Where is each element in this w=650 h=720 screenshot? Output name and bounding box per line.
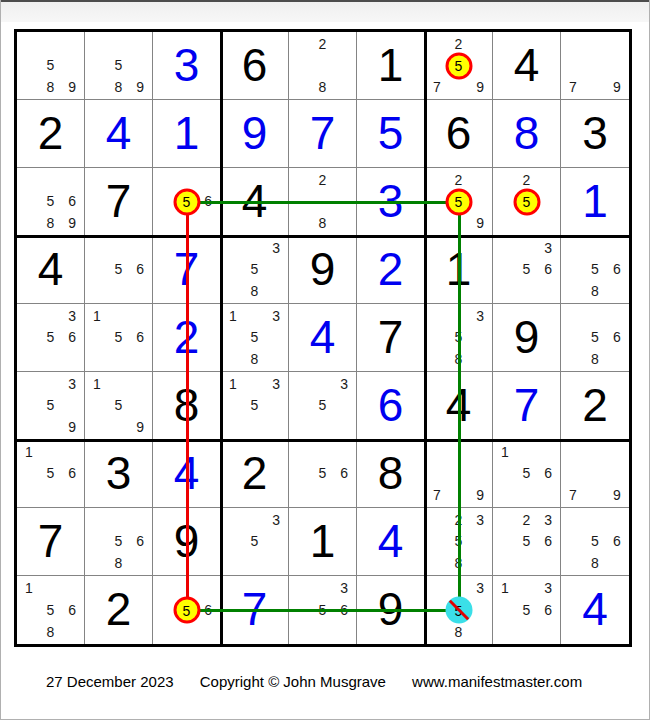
- cell-r4c2[interactable]: 56: [85, 236, 153, 304]
- window-top-bar: [1, 0, 649, 22]
- candidate-9: 9: [129, 76, 151, 98]
- cell-r5c2[interactable]: 156: [85, 304, 153, 372]
- candidate-6: 6: [61, 191, 83, 213]
- candidate-grid: 359: [18, 373, 83, 438]
- candidate-1: 1: [18, 441, 40, 463]
- cell-r2c8[interactable]: 8: [493, 100, 561, 168]
- candidate-5: 5: [108, 531, 130, 553]
- yellow-circle-mark: 5: [513, 188, 540, 215]
- candidate-6: 6: [61, 599, 83, 621]
- cell-r4c1[interactable]: 4: [17, 236, 85, 304]
- candidate-grid: 35: [222, 509, 287, 574]
- candidate-6: 6: [129, 327, 151, 349]
- cell-r6c7[interactable]: 4: [425, 372, 493, 440]
- candidate-5: 5: [244, 395, 266, 417]
- candidate-9: 9: [606, 484, 628, 506]
- big-digit: 3: [85, 440, 152, 507]
- candidate-3: 3: [537, 237, 559, 259]
- candidate-grid: 356: [494, 237, 559, 302]
- big-digit: 9: [357, 576, 424, 644]
- cell-r9c3[interactable]: 565: [153, 576, 221, 644]
- cell-r7c7[interactable]: 79: [425, 440, 493, 508]
- candidate-8: 8: [312, 76, 334, 98]
- candidate-6: 6: [61, 463, 83, 485]
- big-digit: 1: [561, 168, 629, 235]
- big-digit: 7: [153, 236, 220, 303]
- candidate-5: 5: [40, 191, 62, 213]
- candidate-6: 6: [61, 327, 83, 349]
- cell-r9c4[interactable]: 7: [221, 576, 289, 644]
- candidate-6: 6: [606, 259, 628, 281]
- big-digit: 4: [357, 508, 424, 575]
- candidate-grid: 159: [86, 373, 151, 438]
- candidate-8: 8: [584, 552, 606, 574]
- candidate-6: 6: [537, 599, 559, 621]
- candidate-9: 9: [61, 416, 83, 438]
- candidate-grid: 79: [562, 33, 628, 98]
- candidate-grid: 79: [426, 441, 491, 506]
- cell-r6c1[interactable]: 359: [17, 372, 85, 440]
- cell-r7c9[interactable]: 79: [561, 440, 629, 508]
- cell-r9c8[interactable]: 1356: [493, 576, 561, 644]
- big-digit: 2: [221, 440, 288, 507]
- cell-r1c1[interactable]: 589: [17, 32, 85, 100]
- big-digit: 3: [357, 168, 424, 235]
- big-digit: 4: [85, 100, 152, 167]
- candidate-grid: 1358: [222, 305, 287, 370]
- cell-r8c5[interactable]: 1: [289, 508, 357, 576]
- sudoku-board: 5895893628125795479241975683568975654283…: [17, 32, 629, 644]
- cell-r7c1[interactable]: 156: [17, 440, 85, 508]
- candidate-5: 5: [108, 327, 130, 349]
- big-digit: 7: [289, 100, 356, 167]
- cell-r2c3[interactable]: 1: [153, 100, 221, 168]
- candidate-grid: 589: [18, 33, 83, 98]
- candidate-3: 3: [537, 577, 559, 599]
- cell-r1c6[interactable]: 1: [357, 32, 425, 100]
- candidate-grid: 1356: [494, 577, 559, 643]
- cell-r6c4[interactable]: 135: [221, 372, 289, 440]
- cell-r9c2[interactable]: 2: [85, 576, 153, 644]
- cell-r7c8[interactable]: 156: [493, 440, 561, 508]
- candidate-8: 8: [108, 552, 130, 574]
- candidate-5: 5: [244, 259, 266, 281]
- candidate-1: 1: [86, 305, 108, 327]
- big-digit: 9: [153, 508, 220, 575]
- big-digit: 1: [289, 508, 356, 575]
- candidate-3: 3: [469, 305, 491, 327]
- cell-r2c4[interactable]: 9: [221, 100, 289, 168]
- candidate-3: 3: [537, 509, 559, 531]
- candidate-8: 8: [312, 212, 334, 234]
- yellow-circle-mark: 5: [445, 52, 472, 79]
- big-digit: 4: [153, 440, 220, 507]
- cell-r1c5[interactable]: 28: [289, 32, 357, 100]
- cell-r3c1[interactable]: 5689: [17, 168, 85, 236]
- big-digit: 2: [153, 304, 220, 371]
- candidate-grid: 5689: [18, 169, 83, 234]
- cell-r1c4[interactable]: 6: [221, 32, 289, 100]
- cell-r8c8[interactable]: 2356: [493, 508, 561, 576]
- candidate-grid: 589: [86, 33, 151, 98]
- candidate-8: 8: [40, 76, 62, 98]
- big-digit: 7: [17, 508, 84, 575]
- candidate-5: 5: [40, 55, 62, 77]
- candidate-7: 7: [426, 484, 448, 506]
- big-digit: 1: [425, 236, 492, 303]
- candidate-5: 5: [448, 327, 470, 349]
- sudoku-board-frame: 5895893628125795479241975683568975654283…: [14, 29, 632, 647]
- footer-copyright: Copyright © John Musgrave: [200, 673, 386, 690]
- candidate-grid: 358: [426, 305, 491, 370]
- candidate-8: 8: [244, 280, 266, 302]
- cell-r8c7[interactable]: 2358: [425, 508, 493, 576]
- candidate-8: 8: [108, 76, 130, 98]
- candidate-5: 5: [108, 259, 130, 281]
- cell-r3c7[interactable]: 2595: [425, 168, 493, 236]
- big-digit: 6: [425, 100, 492, 167]
- cell-r2c1[interactable]: 2: [17, 100, 85, 168]
- box-border-horizontal-2: [17, 439, 629, 442]
- candidate-5: 5: [516, 531, 538, 553]
- candidate-grid: 135: [222, 373, 287, 438]
- cell-r3c5[interactable]: 28: [289, 168, 357, 236]
- candidate-5: 5: [40, 463, 62, 485]
- cell-r6c9[interactable]: 2: [561, 372, 629, 440]
- candidate-5: 5: [516, 463, 538, 485]
- candidate-6: 6: [129, 259, 151, 281]
- big-digit: 2: [85, 576, 152, 644]
- big-digit: 1: [357, 32, 424, 99]
- big-digit: 9: [221, 100, 288, 167]
- candidate-8: 8: [584, 280, 606, 302]
- cell-r3c3[interactable]: 565: [153, 168, 221, 236]
- cell-r4c8[interactable]: 356: [493, 236, 561, 304]
- cell-r1c2[interactable]: 589: [85, 32, 153, 100]
- big-digit: 2: [17, 100, 84, 167]
- candidate-8: 8: [40, 621, 62, 643]
- big-digit: 5: [357, 100, 424, 167]
- cell-r4c3[interactable]: 7: [153, 236, 221, 304]
- box-border-vertical-1: [220, 32, 223, 644]
- cell-r8c4[interactable]: 35: [221, 508, 289, 576]
- candidate-grid: 156: [86, 305, 151, 370]
- candidate-3: 3: [265, 305, 287, 327]
- footer-date: 27 December 2023: [46, 673, 174, 690]
- cell-r2c2[interactable]: 4: [85, 100, 153, 168]
- candidate-3: 3: [61, 305, 83, 327]
- cell-r3c2[interactable]: 7: [85, 168, 153, 236]
- cell-r1c7[interactable]: 25795: [425, 32, 493, 100]
- candidate-grid: 568: [86, 509, 151, 574]
- cell-r4c4[interactable]: 358: [221, 236, 289, 304]
- big-digit: 4: [425, 372, 492, 439]
- candidate-5: 5: [584, 531, 606, 553]
- candidate-1: 1: [86, 373, 108, 395]
- box-border-horizontal-1: [17, 235, 629, 238]
- candidate-grid: 56: [290, 441, 355, 506]
- cell-r8c1[interactable]: 7: [17, 508, 85, 576]
- candidate-3: 3: [265, 373, 287, 395]
- big-digit: 7: [357, 304, 424, 371]
- big-digit: 6: [221, 32, 288, 99]
- candidate-9: 9: [61, 212, 83, 234]
- cell-r5c3[interactable]: 2: [153, 304, 221, 372]
- cell-r8c9[interactable]: 568: [561, 508, 629, 576]
- candidate-3: 3: [333, 373, 355, 395]
- cell-r5c6[interactable]: 7: [357, 304, 425, 372]
- candidate-grid: 156: [494, 441, 559, 506]
- candidate-2: 2: [312, 33, 334, 55]
- candidate-2: 2: [516, 509, 538, 531]
- candidate-6: 6: [129, 531, 151, 553]
- candidate-5: 5: [244, 327, 266, 349]
- big-digit: 4: [561, 576, 629, 644]
- candidate-5: 5: [244, 531, 266, 553]
- candidate-6: 6: [333, 599, 355, 621]
- footer-website: www.manifestmaster.com: [412, 673, 582, 690]
- candidate-3: 3: [333, 577, 355, 599]
- big-digit: 7: [85, 168, 152, 235]
- candidate-grid: 568: [562, 509, 628, 574]
- candidate-grid: 79: [562, 441, 628, 506]
- candidate-5: 5: [516, 599, 538, 621]
- candidate-2: 2: [312, 169, 334, 191]
- cell-r5c7[interactable]: 358: [425, 304, 493, 372]
- candidate-6: 6: [197, 599, 219, 621]
- candidate-7: 7: [562, 76, 584, 98]
- candidate-1: 1: [18, 577, 40, 599]
- candidate-6: 6: [197, 191, 219, 213]
- cell-r2c9[interactable]: 3: [561, 100, 629, 168]
- cell-r3c9[interactable]: 1: [561, 168, 629, 236]
- cell-r6c6[interactable]: 6: [357, 372, 425, 440]
- candidate-grid: 356: [18, 305, 83, 370]
- candidate-3: 3: [265, 509, 287, 531]
- candidate-6: 6: [606, 327, 628, 349]
- candidate-2: 2: [448, 509, 470, 531]
- candidate-8: 8: [448, 348, 470, 370]
- candidate-5: 5: [312, 599, 334, 621]
- big-digit: 8: [153, 372, 220, 439]
- footer: 27 December 2023 Copyright © John Musgra…: [46, 673, 582, 690]
- big-digit: 3: [561, 100, 629, 167]
- candidate-5: 5: [312, 463, 334, 485]
- cell-r6c3[interactable]: 8: [153, 372, 221, 440]
- cell-r9c6[interactable]: 9: [357, 576, 425, 644]
- big-digit: 9: [289, 236, 356, 303]
- candidate-5: 5: [40, 395, 62, 417]
- big-digit: 7: [221, 576, 288, 644]
- candidate-6: 6: [537, 531, 559, 553]
- candidate-3: 3: [469, 509, 491, 531]
- cell-r8c3[interactable]: 9: [153, 508, 221, 576]
- candidate-7: 7: [562, 484, 584, 506]
- candidate-grid: 2358: [426, 509, 491, 574]
- candidate-6: 6: [333, 463, 355, 485]
- candidate-grid: 2356: [494, 509, 559, 574]
- big-digit: 4: [221, 168, 288, 235]
- cell-r8c6[interactable]: 4: [357, 508, 425, 576]
- cell-r8c2[interactable]: 568: [85, 508, 153, 576]
- cell-r4c9[interactable]: 568: [561, 236, 629, 304]
- big-digit: 8: [493, 100, 560, 167]
- big-digit: 4: [289, 304, 356, 371]
- big-digit: 6: [357, 372, 424, 439]
- cell-r1c9[interactable]: 79: [561, 32, 629, 100]
- candidate-grid: 568: [562, 305, 628, 370]
- cell-r5c1[interactable]: 356: [17, 304, 85, 372]
- candidate-grid: 28: [290, 33, 355, 98]
- cell-r7c5[interactable]: 56: [289, 440, 357, 508]
- big-digit: 9: [493, 304, 560, 371]
- candidate-5: 5: [40, 327, 62, 349]
- candidate-1: 1: [494, 441, 516, 463]
- candidate-5: 5: [108, 55, 130, 77]
- candidate-3: 3: [265, 237, 287, 259]
- candidate-grid: 156: [18, 441, 83, 506]
- puzzle-page: 5895893628125795479241975683568975654283…: [0, 0, 650, 720]
- candidate-grid: 358: [222, 237, 287, 302]
- cell-r2c7[interactable]: 6: [425, 100, 493, 168]
- big-digit: 4: [17, 236, 84, 303]
- cell-r3c8[interactable]: 255: [493, 168, 561, 236]
- cell-r6c5[interactable]: 35: [289, 372, 357, 440]
- candidate-1: 1: [494, 577, 516, 599]
- candidate-3: 3: [469, 577, 491, 599]
- candidate-9: 9: [61, 76, 83, 98]
- cell-r5c5[interactable]: 4: [289, 304, 357, 372]
- candidate-grid: 56: [86, 237, 151, 302]
- candidate-grid: 35: [290, 373, 355, 438]
- candidate-9: 9: [469, 484, 491, 506]
- candidate-5: 5: [584, 327, 606, 349]
- cell-r5c9[interactable]: 568: [561, 304, 629, 372]
- candidate-8: 8: [448, 621, 470, 643]
- cell-r4c5[interactable]: 9: [289, 236, 357, 304]
- cell-r6c2[interactable]: 159: [85, 372, 153, 440]
- cell-r1c8[interactable]: 4: [493, 32, 561, 100]
- candidate-9: 9: [469, 76, 491, 98]
- candidate-5: 5: [448, 531, 470, 553]
- big-digit: 4: [493, 32, 560, 99]
- candidate-1: 1: [222, 305, 244, 327]
- box-border-vertical-2: [424, 32, 427, 644]
- cell-r4c7[interactable]: 1: [425, 236, 493, 304]
- cell-r9c7[interactable]: 3585: [425, 576, 493, 644]
- candidate-5: 5: [40, 599, 62, 621]
- cell-r3c4[interactable]: 4: [221, 168, 289, 236]
- cell-r6c8[interactable]: 7: [493, 372, 561, 440]
- cell-r7c2[interactable]: 3: [85, 440, 153, 508]
- cell-r3c6[interactable]: 3: [357, 168, 425, 236]
- big-digit: 2: [357, 236, 424, 303]
- cell-r2c6[interactable]: 5: [357, 100, 425, 168]
- candidate-8: 8: [40, 212, 62, 234]
- cell-r5c4[interactable]: 1358: [221, 304, 289, 372]
- candidate-9: 9: [469, 212, 491, 234]
- candidate-8: 8: [448, 552, 470, 574]
- candidate-9: 9: [606, 76, 628, 98]
- candidate-6: 6: [606, 531, 628, 553]
- big-digit: 3: [153, 32, 220, 99]
- cell-r9c9[interactable]: 4: [561, 576, 629, 644]
- candidate-grid: 1568: [18, 577, 83, 643]
- candidate-8: 8: [244, 348, 266, 370]
- yellow-circle-mark: 5: [173, 188, 200, 215]
- candidate-3: 3: [61, 373, 83, 395]
- candidate-9: 9: [129, 416, 151, 438]
- big-digit: 8: [357, 440, 424, 507]
- cell-r1c3[interactable]: 3: [153, 32, 221, 100]
- cell-r7c4[interactable]: 2: [221, 440, 289, 508]
- candidate-8: 8: [584, 348, 606, 370]
- candidate-5: 5: [312, 395, 334, 417]
- cell-r2c5[interactable]: 7: [289, 100, 357, 168]
- candidate-grid: 28: [290, 169, 355, 234]
- candidate-1: 1: [222, 373, 244, 395]
- cell-r9c5[interactable]: 356: [289, 576, 357, 644]
- candidate-grid: 568: [562, 237, 628, 302]
- candidate-7: 7: [426, 76, 448, 98]
- candidate-5: 5: [516, 259, 538, 281]
- candidate-6: 6: [537, 259, 559, 281]
- yellow-circle-mark: 5: [445, 188, 472, 215]
- candidate-grid: 356: [290, 577, 355, 643]
- yellow-circle-mark: 5: [173, 597, 200, 624]
- cell-r7c3[interactable]: 4: [153, 440, 221, 508]
- candidate-5: 5: [108, 395, 130, 417]
- cell-r9c1[interactable]: 1568: [17, 576, 85, 644]
- candidate-6: 6: [537, 463, 559, 485]
- big-digit: 2: [561, 372, 629, 439]
- big-digit: 1: [153, 100, 220, 167]
- cell-r7c6[interactable]: 8: [357, 440, 425, 508]
- cell-r5c8[interactable]: 9: [493, 304, 561, 372]
- cell-r4c6[interactable]: 2: [357, 236, 425, 304]
- candidate-5: 5: [584, 259, 606, 281]
- big-digit: 7: [493, 372, 560, 439]
